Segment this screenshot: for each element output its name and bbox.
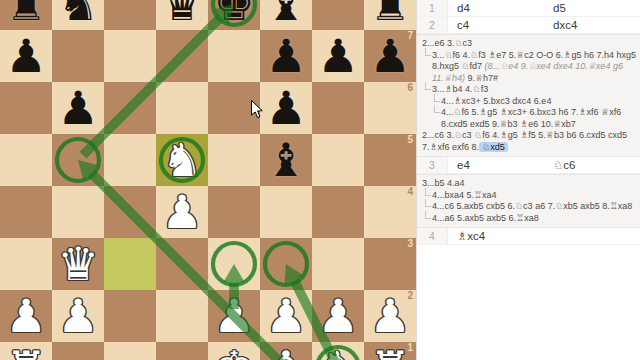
white-pawn-b2[interactable]: ♟ xyxy=(52,290,104,342)
white-move-3[interactable]: e4 xyxy=(448,157,544,173)
variation-line-2-3[interactable]: 4...♗xc3+ 5.bxc3 dxc4 6.e4 xyxy=(419,96,638,108)
variation-line-4-3[interactable]: 4...a6 5.axb5 axb5 6.♖xa8 xyxy=(419,213,638,225)
square-a2[interactable]: ♟ xyxy=(0,290,52,342)
square-e5[interactable] xyxy=(208,134,260,186)
square-d2[interactable] xyxy=(156,290,208,342)
variation-line-2-0[interactable]: 2...e6 3.♘c3 xyxy=(419,38,638,50)
white-pawn-a2[interactable]: ♟ xyxy=(0,290,52,342)
variation-line-2-1[interactable]: 3...♘f6 4.♘f3 ♗e7 5.♕c2 O-O 6.♗g5 h6 7.h… xyxy=(419,50,638,85)
square-b5[interactable] xyxy=(52,134,104,186)
variation-text: 3...b5 4.a4 xyxy=(422,178,465,188)
variation-line-4-0[interactable]: 3...b5 4.a4 xyxy=(419,178,638,190)
square-d5[interactable]: ♞ xyxy=(156,134,208,186)
black-pawn-b6[interactable]: ♟ xyxy=(52,82,104,134)
variation-text: 2...c6 3.♘c3 ♘f6 4.♗g5 ♗f5 5.♕b3 b6 6.cx… xyxy=(422,130,627,152)
square-h4[interactable]: 4 xyxy=(364,186,416,238)
square-f4[interactable] xyxy=(260,186,312,238)
square-g5[interactable] xyxy=(312,134,364,186)
white-pawn-d4[interactable]: ♟ xyxy=(156,186,208,238)
square-g8[interactable] xyxy=(312,0,364,30)
square-h2[interactable]: ♟2 xyxy=(364,290,416,342)
square-c1[interactable] xyxy=(104,342,156,360)
variation-line-4-1[interactable]: 4...bxa4 5.♖xa4 xyxy=(419,190,638,202)
white-rook-a1[interactable]: ♜ xyxy=(0,342,52,360)
square-e3[interactable] xyxy=(208,238,260,290)
square-h6[interactable]: 6 xyxy=(364,82,416,134)
variation-block-2: 2...e6 3.♘c33...♘f6 4.♘f3 ♗e7 5.♕c2 O-O … xyxy=(417,34,640,157)
white-knight-d5[interactable]: ♞ xyxy=(156,134,208,186)
black-knight-b8[interactable]: ♞ xyxy=(52,0,104,30)
move-row-2: 2c4dxc4 xyxy=(417,17,640,34)
square-f5[interactable]: ♝ xyxy=(260,134,312,186)
variation-line-2-2[interactable]: 3...♗b4 4.♘f3 xyxy=(419,84,638,96)
black-bishop-f5[interactable]: ♝ xyxy=(260,134,312,186)
square-b3[interactable]: ♛ xyxy=(52,238,104,290)
move-number-3: 3 xyxy=(417,157,448,173)
square-e6[interactable] xyxy=(208,82,260,134)
black-queen-d8[interactable]: ♛ xyxy=(156,0,208,30)
black-move-2[interactable]: dxc4 xyxy=(544,17,640,33)
square-b6[interactable]: ♟ xyxy=(52,82,104,134)
square-g2[interactable]: ♟ xyxy=(312,290,364,342)
move-number-1: 1 xyxy=(417,0,448,16)
move-row-1: 1d4d5 xyxy=(417,0,640,17)
white-bishop-f1[interactable]: ♝ xyxy=(260,342,312,360)
square-c5[interactable] xyxy=(104,134,156,186)
rank-label-6: 6 xyxy=(407,83,413,93)
white-pawn-g2[interactable]: ♟ xyxy=(312,290,364,342)
current-move[interactable]: ♘xd5 xyxy=(479,142,508,152)
rank-label-3: 3 xyxy=(407,239,413,249)
variation-line-2-5[interactable]: 2...c6 3.♘c3 ♘f6 4.♗g5 ♗f5 5.♕b3 b6 6.cx… xyxy=(419,130,638,153)
square-c3[interactable] xyxy=(104,238,156,290)
square-h1[interactable]: ♜1 xyxy=(364,342,416,360)
black-move-1[interactable]: d5 xyxy=(544,0,640,16)
square-e2[interactable]: ♟ xyxy=(208,290,260,342)
square-a6[interactable] xyxy=(0,82,52,134)
square-e1[interactable]: ♚ xyxy=(208,342,260,360)
square-e7[interactable] xyxy=(208,30,260,82)
square-c7[interactable] xyxy=(104,30,156,82)
square-g6[interactable] xyxy=(312,82,364,134)
square-d7[interactable] xyxy=(156,30,208,82)
black-pawn-a7[interactable]: ♟ xyxy=(0,30,52,82)
square-b2[interactable]: ♟ xyxy=(52,290,104,342)
black-pawn-f6[interactable]: ♟ xyxy=(260,82,312,134)
white-queen-b3[interactable]: ♛ xyxy=(52,238,104,290)
variation-text: 9.♕h7# xyxy=(465,73,498,83)
black-king-e8[interactable]: ♚ xyxy=(208,0,260,30)
square-a7[interactable]: ♟ xyxy=(0,30,52,82)
variation-text: 4...♗xc3+ 5.bxc3 dxc4 6.e4 xyxy=(441,96,551,106)
square-a5[interactable] xyxy=(0,134,52,186)
board-area: ♜♞♛♚♝♜♟♟♟♟7♟♟6♞♝5♟4♛3♟♟♟♟♟♟2♜♚♝♞♜1 xyxy=(0,0,416,360)
square-a1[interactable]: ♜ xyxy=(0,342,52,360)
variation-text: 4...a6 5.axb5 axb5 6.♖xa8 xyxy=(432,213,539,223)
square-b1[interactable] xyxy=(52,342,104,360)
square-f3[interactable] xyxy=(260,238,312,290)
square-h8[interactable]: ♜ xyxy=(364,0,416,30)
square-g3[interactable] xyxy=(312,238,364,290)
square-a4[interactable] xyxy=(0,186,52,238)
analysis-screen: ♜♞♛♚♝♜♟♟♟♟7♟♟6♞♝5♟4♛3♟♟♟♟♟♟2♜♚♝♞♜1 1d4d5… xyxy=(0,0,640,360)
square-f8[interactable]: ♝ xyxy=(260,0,312,30)
square-d4[interactable]: ♟ xyxy=(156,186,208,238)
square-e8[interactable]: ♚ xyxy=(208,0,260,30)
square-h3[interactable]: 3 xyxy=(364,238,416,290)
variation-text: 4...♘f6 5.♗g5 ♗xc3+ 6.bxc3 h6 7.♗xf6 ♕xf… xyxy=(441,107,621,129)
white-move-2[interactable]: c4 xyxy=(448,17,544,33)
square-c6[interactable] xyxy=(104,82,156,134)
move-row-3: 3e4♘c6 xyxy=(417,157,640,174)
square-d1[interactable] xyxy=(156,342,208,360)
square-e4[interactable] xyxy=(208,186,260,238)
rank-label-5: 5 xyxy=(407,135,413,145)
variation-line-4-2[interactable]: 4...c6 5.axb5 cxb5 6.♘c3 a6 7.♘xb5 axb5 … xyxy=(419,201,638,213)
black-pawn-f7[interactable]: ♟ xyxy=(260,30,312,82)
black-bishop-f8[interactable]: ♝ xyxy=(260,0,312,30)
square-h7[interactable]: ♟7 xyxy=(364,30,416,82)
variation-text: 3...♗b4 4.♘f3 xyxy=(432,84,488,94)
square-b7[interactable] xyxy=(52,30,104,82)
square-d3[interactable] xyxy=(156,238,208,290)
white-move-4[interactable]: ♗xc4 xyxy=(448,228,544,244)
move-number-2: 2 xyxy=(417,17,448,33)
chess-board[interactable]: ♜♞♛♚♝♜♟♟♟♟7♟♟6♞♝5♟4♛3♟♟♟♟♟♟2♜♚♝♞♜1 xyxy=(0,0,416,360)
square-b8[interactable]: ♞ xyxy=(52,0,104,30)
square-c8[interactable] xyxy=(104,0,156,30)
variation-text: 2...e6 3.♘c3 xyxy=(422,38,472,48)
black-move-3[interactable]: ♘c6 xyxy=(544,157,640,173)
square-f6[interactable]: ♟ xyxy=(260,82,312,134)
square-f1[interactable]: ♝ xyxy=(260,342,312,360)
square-f7[interactable]: ♟ xyxy=(260,30,312,82)
square-a3[interactable] xyxy=(0,238,52,290)
variation-text: 4...c6 5.axb5 cxb5 6.♘c3 a6 7.♘xb5 axb5 … xyxy=(432,201,632,211)
square-b4[interactable] xyxy=(52,186,104,238)
square-g1[interactable]: ♞ xyxy=(312,342,364,360)
white-king-e1[interactable]: ♚ xyxy=(208,342,260,360)
square-f2[interactable]: ♟ xyxy=(260,290,312,342)
square-d6[interactable] xyxy=(156,82,208,134)
black-rook-h8[interactable]: ♜ xyxy=(364,0,416,30)
variation-text: 4...bxa4 5.♖xa4 xyxy=(432,190,497,200)
black-pawn-g7[interactable]: ♟ xyxy=(312,30,364,82)
rank-label-2: 2 xyxy=(407,291,413,301)
square-g7[interactable]: ♟ xyxy=(312,30,364,82)
square-g4[interactable] xyxy=(312,186,364,238)
black-rook-a8[interactable]: ♜ xyxy=(0,0,52,30)
variation-block-4: 3...b5 4.a44...bxa4 5.♖xa44...c6 5.axb5 … xyxy=(417,174,640,228)
square-c2[interactable] xyxy=(104,290,156,342)
white-move-1[interactable]: d4 xyxy=(448,0,544,16)
rank-label-7: 7 xyxy=(407,31,413,41)
square-a8[interactable]: ♜ xyxy=(0,0,52,30)
rank-label-1: 1 xyxy=(407,343,413,353)
variation-line-2-4[interactable]: 4...♘f6 5.♗g5 ♗xc3+ 6.bxc3 h6 7.♗xf6 ♕xf… xyxy=(419,107,638,130)
move-list-panel: 1d4d52c4dxc42...e6 3.♘c33...♘f6 4.♘f3 ♗e… xyxy=(416,0,640,360)
white-pawn-f2[interactable]: ♟ xyxy=(260,290,312,342)
square-c4[interactable] xyxy=(104,186,156,238)
white-pawn-e2[interactable]: ♟ xyxy=(208,290,260,342)
black-move-4 xyxy=(544,228,640,244)
square-d8[interactable]: ♛ xyxy=(156,0,208,30)
move-row-4: 4♗xc4 xyxy=(417,228,640,245)
square-h5[interactable]: 5 xyxy=(364,134,416,186)
rank-label-4: 4 xyxy=(407,187,413,197)
white-knight-g1[interactable]: ♞ xyxy=(312,342,364,360)
move-number-4: 4 xyxy=(417,228,448,244)
